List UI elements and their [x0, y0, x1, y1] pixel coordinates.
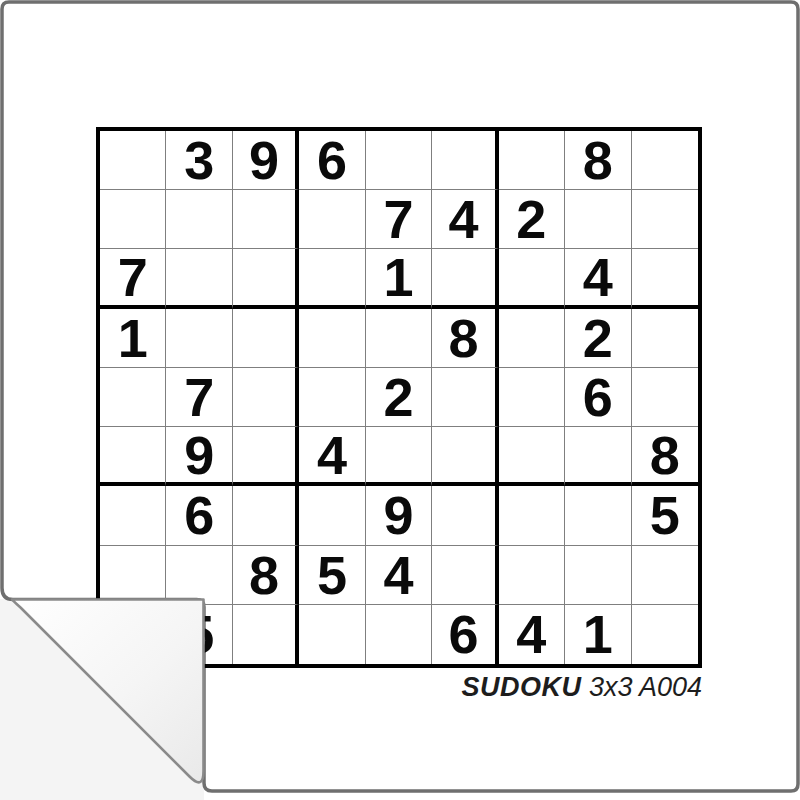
- sudoku-cell-r5c5: 2: [366, 368, 432, 427]
- sudoku-cell-r6c7: [499, 427, 565, 486]
- sudoku-cell-r3c8: 4: [565, 249, 631, 308]
- sudoku-cell-r5c8: 6: [565, 368, 631, 427]
- sudoku-cell-r3c7: [499, 249, 565, 308]
- sudoku-cell-r9c5: [366, 605, 432, 664]
- sudoku-cell-r9c4: [299, 605, 365, 664]
- sudoku-cell-r7c8: [565, 486, 631, 545]
- sudoku-cell-r8c1: [100, 546, 166, 605]
- sudoku-cell-r3c3: [233, 249, 299, 308]
- sudoku-cell-r1c2: 3: [166, 131, 232, 190]
- sudoku-cell-r7c6: [432, 486, 498, 545]
- sudoku-cell-r5c7: [499, 368, 565, 427]
- sudoku-cell-r1c4: 6: [299, 131, 365, 190]
- sudoku-cell-r4c1: 1: [100, 309, 166, 368]
- sudoku-cell-r2c5: 7: [366, 190, 432, 249]
- sudoku-cell-r3c2: [166, 249, 232, 308]
- sudoku-cell-r7c5: 9: [366, 486, 432, 545]
- caption-title: SUDOKU: [461, 672, 581, 702]
- sudoku-cell-r5c3: [233, 368, 299, 427]
- sudoku-cell-r2c9: [632, 190, 698, 249]
- sudoku-cell-r6c1: [100, 427, 166, 486]
- sudoku-cell-r7c1: [100, 486, 166, 545]
- sudoku-cell-r6c2: 9: [166, 427, 232, 486]
- sudoku-cell-r4c4: [299, 309, 365, 368]
- sudoku-cell-r4c8: 2: [565, 309, 631, 368]
- sudoku-cell-r7c3: [233, 486, 299, 545]
- sudoku-cell-r8c4: 5: [299, 546, 365, 605]
- sudoku-cell-r5c2: 7: [166, 368, 232, 427]
- sudoku-cell-r4c2: [166, 309, 232, 368]
- sudoku-cell-r1c7: [499, 131, 565, 190]
- sudoku-cell-r5c1: [100, 368, 166, 427]
- sudoku-cell-r9c3: [233, 605, 299, 664]
- page-background: 39687427141827269486958545641 SUDOKU 3x3…: [0, 0, 800, 800]
- sudoku-cell-r3c4: [299, 249, 365, 308]
- sudoku-cell-r3c9: [632, 249, 698, 308]
- sudoku-cell-r4c3: [233, 309, 299, 368]
- sudoku-cell-r7c7: [499, 486, 565, 545]
- sudoku-cell-r6c3: [233, 427, 299, 486]
- sudoku-cell-r9c6: 6: [432, 605, 498, 664]
- sudoku-cell-r2c3: [233, 190, 299, 249]
- puzzle-caption: SUDOKU 3x3 A004: [461, 672, 702, 703]
- caption-details: 3x3 A004: [581, 672, 702, 702]
- sudoku-cell-r6c6: [432, 427, 498, 486]
- sudoku-cell-r1c3: 9: [233, 131, 299, 190]
- sudoku-cell-r7c2: 6: [166, 486, 232, 545]
- sudoku-cell-r7c4: [299, 486, 365, 545]
- sudoku-cell-r8c5: 4: [366, 546, 432, 605]
- sudoku-board: 39687427141827269486958545641: [96, 127, 702, 668]
- sudoku-cell-r6c4: 4: [299, 427, 365, 486]
- sudoku-cell-r1c9: [632, 131, 698, 190]
- sudoku-cell-r2c7: 2: [499, 190, 565, 249]
- sudoku-cell-r3c5: 1: [366, 249, 432, 308]
- sudoku-cell-r1c1: [100, 131, 166, 190]
- sudoku-cell-r8c7: [499, 546, 565, 605]
- sudoku-cell-r5c6: [432, 368, 498, 427]
- sudoku-cell-r9c9: [632, 605, 698, 664]
- sudoku-cell-r9c2: 5: [166, 605, 232, 664]
- sudoku-cell-r8c8: [565, 546, 631, 605]
- sudoku-cell-r5c9: [632, 368, 698, 427]
- sudoku-cell-r1c6: [432, 131, 498, 190]
- sudoku-cell-r9c7: 4: [499, 605, 565, 664]
- sudoku-cell-r4c9: [632, 309, 698, 368]
- sudoku-cell-r6c5: [366, 427, 432, 486]
- sudoku-cell-r2c4: [299, 190, 365, 249]
- sudoku-cell-r8c2: [166, 546, 232, 605]
- sudoku-cell-r4c5: [366, 309, 432, 368]
- sudoku-cell-r2c6: 4: [432, 190, 498, 249]
- sudoku-cell-r3c6: [432, 249, 498, 308]
- sudoku-cell-r8c3: 8: [233, 546, 299, 605]
- sudoku-cell-r5c4: [299, 368, 365, 427]
- sudoku-cell-r2c1: [100, 190, 166, 249]
- sudoku-cell-r8c6: [432, 546, 498, 605]
- sudoku-cell-r7c9: 5: [632, 486, 698, 545]
- sudoku-cell-r6c9: 8: [632, 427, 698, 486]
- sudoku-cell-r2c2: [166, 190, 232, 249]
- sudoku-cell-r4c6: 8: [432, 309, 498, 368]
- sudoku-cell-r4c7: [499, 309, 565, 368]
- sudoku-cell-r1c8: 8: [565, 131, 631, 190]
- sudoku-cell-r6c8: [565, 427, 631, 486]
- sudoku-cell-r2c8: [565, 190, 631, 249]
- sudoku-cell-r9c8: 1: [565, 605, 631, 664]
- sudoku-cell-r3c1: 7: [100, 249, 166, 308]
- sudoku-cell-r9c1: [100, 605, 166, 664]
- sudoku-cell-r1c5: [366, 131, 432, 190]
- sudoku-cell-r8c9: [632, 546, 698, 605]
